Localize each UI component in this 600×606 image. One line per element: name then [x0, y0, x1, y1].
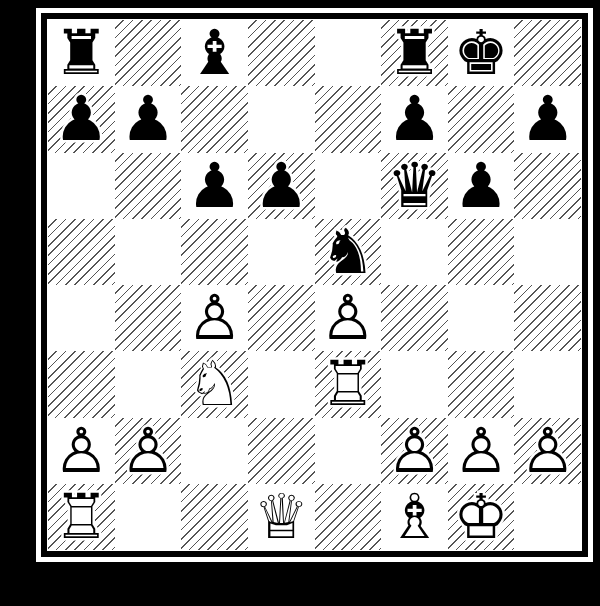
square-h1[interactable]	[514, 484, 581, 550]
square-e4[interactable]: ♟♙	[315, 285, 382, 351]
square-a6[interactable]	[48, 153, 115, 219]
black-king[interactable]: ♚	[448, 20, 515, 86]
square-f3[interactable]	[381, 351, 448, 417]
black-pawn[interactable]: ♟	[115, 86, 182, 152]
square-d4[interactable]	[248, 285, 315, 351]
square-d8[interactable]	[248, 20, 315, 86]
square-b4[interactable]	[115, 285, 182, 351]
square-c2[interactable]	[181, 418, 248, 484]
square-a3[interactable]	[48, 351, 115, 417]
white-bishop[interactable]: ♗	[381, 484, 448, 550]
square-g3[interactable]	[448, 351, 515, 417]
black-queen[interactable]: ♛	[381, 153, 448, 219]
square-g2[interactable]: ♟♙	[448, 418, 515, 484]
square-f6[interactable]: ♛♛	[381, 153, 448, 219]
square-d6[interactable]: ♟♟	[248, 153, 315, 219]
square-f1[interactable]: ♝♗	[381, 484, 448, 550]
black-knight[interactable]: ♞	[315, 219, 382, 285]
square-f5[interactable]	[381, 219, 448, 285]
white-queen[interactable]: ♕	[248, 484, 315, 550]
square-h7[interactable]: ♟♟	[514, 86, 581, 152]
square-c4[interactable]: ♟♙	[181, 285, 248, 351]
square-e7[interactable]	[315, 86, 382, 152]
square-g1[interactable]: ♚♔	[448, 484, 515, 550]
white-pawn[interactable]: ♙	[115, 418, 182, 484]
board-frame: ♜♜♝♝♜♜♚♚♟♟♟♟♟♟♟♟♟♟♟♟♛♛♟♟♞♞♟♙♟♙♞♘♜♖♟♙♟♙♟♙…	[41, 13, 588, 557]
square-e3[interactable]: ♜♖	[315, 351, 382, 417]
white-knight[interactable]: ♘	[181, 351, 248, 417]
square-c5[interactable]	[181, 219, 248, 285]
square-c7[interactable]	[181, 86, 248, 152]
square-a4[interactable]	[48, 285, 115, 351]
white-pawn[interactable]: ♙	[315, 285, 382, 351]
square-e6[interactable]	[315, 153, 382, 219]
square-e2[interactable]	[315, 418, 382, 484]
square-c3[interactable]: ♞♘	[181, 351, 248, 417]
square-f2[interactable]: ♟♙	[381, 418, 448, 484]
square-b7[interactable]: ♟♟	[115, 86, 182, 152]
square-g5[interactable]	[448, 219, 515, 285]
square-d2[interactable]	[248, 418, 315, 484]
square-a7[interactable]: ♟♟	[48, 86, 115, 152]
black-rook[interactable]: ♜	[48, 20, 115, 86]
square-c1[interactable]	[181, 484, 248, 550]
chessboard-diagram: ♜♜♝♝♜♜♚♚♟♟♟♟♟♟♟♟♟♟♟♟♛♛♟♟♞♞♟♙♟♙♞♘♜♖♟♙♟♙♟♙…	[0, 0, 600, 606]
white-pawn[interactable]: ♙	[381, 418, 448, 484]
white-pawn[interactable]: ♙	[181, 285, 248, 351]
square-f7[interactable]: ♟♟	[381, 86, 448, 152]
white-rook[interactable]: ♖	[315, 351, 382, 417]
black-pawn[interactable]: ♟	[514, 86, 581, 152]
black-pawn[interactable]: ♟	[381, 86, 448, 152]
square-c6[interactable]: ♟♟	[181, 153, 248, 219]
square-c8[interactable]: ♝♝	[181, 20, 248, 86]
square-b3[interactable]	[115, 351, 182, 417]
square-a5[interactable]	[48, 219, 115, 285]
black-pawn[interactable]: ♟	[248, 153, 315, 219]
black-rook[interactable]: ♜	[381, 20, 448, 86]
square-g8[interactable]: ♚♚	[448, 20, 515, 86]
black-pawn[interactable]: ♟	[448, 153, 515, 219]
black-bishop[interactable]: ♝	[181, 20, 248, 86]
white-pawn[interactable]: ♙	[514, 418, 581, 484]
board-grid: ♜♜♝♝♜♜♚♚♟♟♟♟♟♟♟♟♟♟♟♟♛♛♟♟♞♞♟♙♟♙♞♘♜♖♟♙♟♙♟♙…	[48, 20, 581, 550]
square-g6[interactable]: ♟♟	[448, 153, 515, 219]
square-b6[interactable]	[115, 153, 182, 219]
square-d7[interactable]	[248, 86, 315, 152]
square-d1[interactable]: ♛♕	[248, 484, 315, 550]
board-panel: ♜♜♝♝♜♜♚♚♟♟♟♟♟♟♟♟♟♟♟♟♛♛♟♟♞♞♟♙♟♙♞♘♜♖♟♙♟♙♟♙…	[36, 8, 593, 562]
square-g7[interactable]	[448, 86, 515, 152]
square-e5[interactable]: ♞♞	[315, 219, 382, 285]
square-f8[interactable]: ♜♜	[381, 20, 448, 86]
square-h4[interactable]	[514, 285, 581, 351]
white-king[interactable]: ♔	[448, 484, 515, 550]
square-a2[interactable]: ♟♙	[48, 418, 115, 484]
square-h2[interactable]: ♟♙	[514, 418, 581, 484]
square-h8[interactable]	[514, 20, 581, 86]
square-e8[interactable]	[315, 20, 382, 86]
square-a1[interactable]: ♜♖	[48, 484, 115, 550]
white-rook[interactable]: ♖	[48, 484, 115, 550]
square-h5[interactable]	[514, 219, 581, 285]
white-pawn[interactable]: ♙	[48, 418, 115, 484]
square-g4[interactable]	[448, 285, 515, 351]
square-d3[interactable]	[248, 351, 315, 417]
white-pawn[interactable]: ♙	[448, 418, 515, 484]
square-e1[interactable]	[315, 484, 382, 550]
black-pawn[interactable]: ♟	[181, 153, 248, 219]
square-b8[interactable]	[115, 20, 182, 86]
square-a8[interactable]: ♜♜	[48, 20, 115, 86]
black-pawn[interactable]: ♟	[48, 86, 115, 152]
square-f4[interactable]	[381, 285, 448, 351]
square-b5[interactable]	[115, 219, 182, 285]
square-b2[interactable]: ♟♙	[115, 418, 182, 484]
square-d5[interactable]	[248, 219, 315, 285]
square-h3[interactable]	[514, 351, 581, 417]
square-h6[interactable]	[514, 153, 581, 219]
square-b1[interactable]	[115, 484, 182, 550]
